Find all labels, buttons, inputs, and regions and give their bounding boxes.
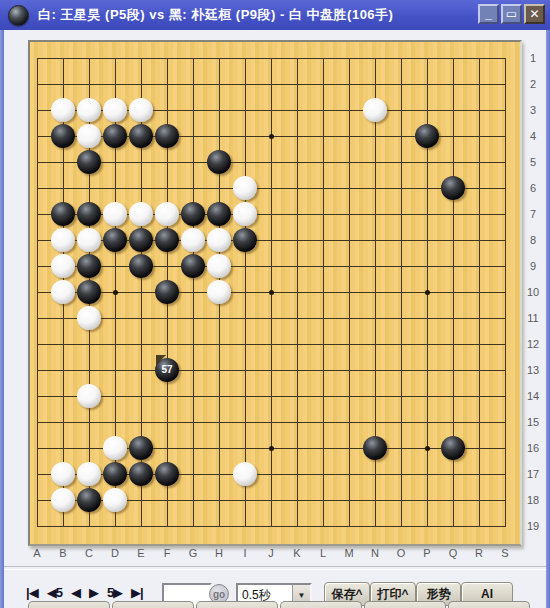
row-label-6: 6 [521,182,545,194]
white-stone-D16 [103,436,127,460]
title-bar: 白: 王星昊 (P5段) vs 黑: 朴廷桓 (P9段) - 白 中盘胜(106… [0,0,550,30]
app-window: 白: 王星昊 (P5段) vs 黑: 朴廷桓 (P9段) - 白 中盘胜(106… [0,0,550,608]
white-stone-D18 [103,488,127,512]
white-stone-B18 [51,488,75,512]
white-stone-N3 [363,98,387,122]
bottom-row-button-4[interactable] [280,601,362,608]
window-border-right [546,30,550,608]
mouse-cursor [156,355,166,365]
column-label-G: G [185,547,201,559]
column-label-E: E [133,547,149,559]
white-stone-E7 [129,202,153,226]
board-grid: 57 [37,58,506,527]
white-stone-I6 [233,176,257,200]
white-stone-B9 [51,254,75,278]
white-stone-C14 [77,384,101,408]
white-stone-I7 [233,202,257,226]
black-stone-F10 [155,280,179,304]
black-stone-C5 [77,150,101,174]
black-stone-E9 [129,254,153,278]
close-button[interactable]: ✕ [524,4,545,24]
column-label-D: D [107,547,123,559]
row-label-11: 11 [521,312,545,324]
black-stone-B7 [51,202,75,226]
divider-line [4,566,546,570]
black-stone-D4 [103,124,127,148]
column-label-C: C [81,547,97,559]
white-stone-H8 [207,228,231,252]
black-stone-E16 [129,436,153,460]
row-label-8: 8 [521,234,545,246]
row-label-10: 10 [521,286,545,298]
row-label-5: 5 [521,156,545,168]
row-label-4: 4 [521,130,545,142]
black-stone-C10 [77,280,101,304]
black-stone-F4 [155,124,179,148]
row-label-13: 13 [521,364,545,376]
black-stone-D8 [103,228,127,252]
row-label-9: 9 [521,260,545,272]
star-point [113,290,118,295]
row-label-12: 12 [521,338,545,350]
white-stone-H10 [207,280,231,304]
move-number-label: 57 [161,365,172,375]
nav-forward5-button[interactable]: 5▶ [107,585,122,600]
column-label-R: R [471,547,487,559]
black-stone-G9 [181,254,205,278]
black-stone-C7 [77,202,101,226]
column-label-P: P [419,547,435,559]
row-label-19: 19 [521,520,545,532]
bottom-row-button-5[interactable] [364,601,446,608]
black-stone-C18 [77,488,101,512]
white-stone-B3 [51,98,75,122]
white-stone-C11 [77,306,101,330]
white-stone-D3 [103,98,127,122]
column-label-M: M [341,547,357,559]
row-label-7: 7 [521,208,545,220]
star-point [269,290,274,295]
star-point [269,134,274,139]
column-label-L: L [315,547,331,559]
row-label-3: 3 [521,104,545,116]
black-stone-H5 [207,150,231,174]
column-label-H: H [211,547,227,559]
column-label-I: I [237,547,253,559]
black-stone-D17 [103,462,127,486]
white-stone-B8 [51,228,75,252]
nav-forward-button[interactable]: ▶ [89,585,98,600]
go-board[interactable]: 57 [28,40,522,546]
black-stone-I8 [233,228,257,252]
column-label-S: S [497,547,513,559]
black-stone-B4 [51,124,75,148]
nav-back-button[interactable]: ◀ [71,585,80,600]
white-stone-B10 [51,280,75,304]
minimize-button[interactable]: _ [478,4,499,24]
white-stone-F7 [155,202,179,226]
star-point [425,290,430,295]
black-stone-E8 [129,228,153,252]
black-stone-P4 [415,124,439,148]
black-stone-Q6 [441,176,465,200]
column-label-J: J [263,547,279,559]
black-stone-N16 [363,436,387,460]
white-stone-C4 [77,124,101,148]
black-stone-E4 [129,124,153,148]
white-stone-C8 [77,228,101,252]
row-label-2: 2 [521,78,545,90]
white-stone-D7 [103,202,127,226]
nav-back5-button[interactable]: ◀5 [47,585,62,600]
white-stone-I17 [233,462,257,486]
maximize-button[interactable]: ▭ [501,4,522,24]
go-stone-app-icon [8,5,29,26]
column-label-Q: Q [445,547,461,559]
black-stone-C9 [77,254,101,278]
black-stone-F8 [155,228,179,252]
bottom-row-button-3[interactable] [196,601,278,608]
navigation-buttons: |◀◀5◀▶5▶▶| [26,585,143,600]
white-stone-H9 [207,254,231,278]
black-stone-F17 [155,462,179,486]
white-stone-G8 [181,228,205,252]
column-label-K: K [289,547,305,559]
star-point [425,446,430,451]
black-stone-G7 [181,202,205,226]
row-label-18: 18 [521,494,545,506]
bottom-row-button-6[interactable] [448,601,530,608]
white-stone-B17 [51,462,75,486]
row-label-16: 16 [521,442,545,454]
row-label-15: 15 [521,416,545,428]
black-stone-Q16 [441,436,465,460]
row-label-1: 1 [521,52,545,64]
black-stone-E17 [129,462,153,486]
column-label-B: B [55,547,71,559]
nav-last-button[interactable]: ▶| [131,585,143,600]
star-point [269,446,274,451]
window-border-left [0,30,4,608]
window-title: 白: 王星昊 (P5段) vs 黑: 朴廷桓 (P9段) - 白 中盘胜(106… [38,6,393,24]
column-label-O: O [393,547,409,559]
column-label-A: A [29,547,45,559]
bottom-row-button-1[interactable] [28,601,110,608]
white-stone-C17 [77,462,101,486]
column-label-F: F [159,547,175,559]
white-stone-E3 [129,98,153,122]
bottom-row-button-2[interactable] [112,601,194,608]
column-label-N: N [367,547,383,559]
nav-first-button[interactable]: |◀ [26,585,38,600]
row-label-14: 14 [521,390,545,402]
row-label-17: 17 [521,468,545,480]
white-stone-C3 [77,98,101,122]
black-stone-H7 [207,202,231,226]
